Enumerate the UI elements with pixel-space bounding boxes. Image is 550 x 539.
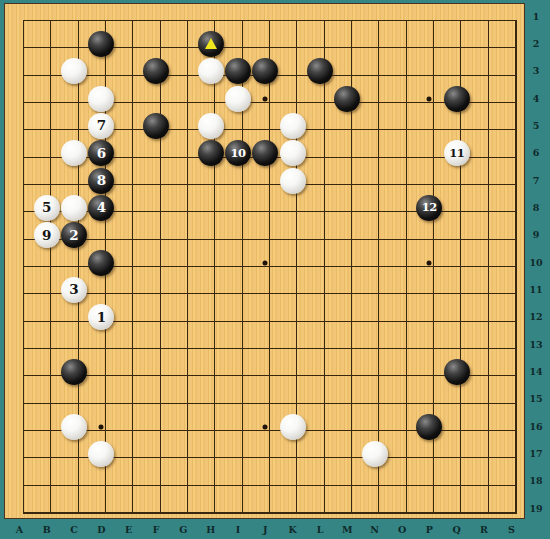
point-P10[interactable]	[416, 249, 443, 276]
point-O17[interactable]	[388, 440, 415, 467]
point-I12[interactable]	[224, 304, 251, 331]
point-N17[interactable]	[361, 440, 388, 467]
point-R17[interactable]	[470, 440, 497, 467]
point-M3[interactable]	[334, 58, 361, 85]
point-C8[interactable]	[60, 194, 87, 221]
point-H14[interactable]	[197, 358, 224, 385]
point-D14[interactable]	[88, 358, 115, 385]
point-O13[interactable]	[388, 331, 415, 358]
point-C5[interactable]	[60, 112, 87, 139]
point-P1[interactable]	[416, 3, 443, 30]
point-G7[interactable]	[170, 167, 197, 194]
point-D13[interactable]	[88, 331, 115, 358]
point-O11[interactable]	[388, 276, 415, 303]
point-R1[interactable]	[470, 3, 497, 30]
point-G2[interactable]	[170, 30, 197, 57]
point-G5[interactable]	[170, 112, 197, 139]
point-D1[interactable]	[88, 3, 115, 30]
point-M18[interactable]	[334, 468, 361, 495]
point-I2[interactable]	[224, 30, 251, 57]
point-E5[interactable]	[115, 112, 142, 139]
point-S2[interactable]	[498, 30, 525, 57]
point-H4[interactable]	[197, 85, 224, 112]
point-K19[interactable]	[279, 495, 306, 522]
point-Q15[interactable]	[443, 386, 470, 413]
point-J14[interactable]	[252, 358, 279, 385]
point-F19[interactable]	[142, 495, 169, 522]
point-I10[interactable]	[224, 249, 251, 276]
point-C17[interactable]	[60, 440, 87, 467]
point-I15[interactable]	[224, 386, 251, 413]
point-I9[interactable]	[224, 222, 251, 249]
point-D17[interactable]	[88, 440, 115, 467]
point-P12[interactable]	[416, 304, 443, 331]
point-N6[interactable]	[361, 140, 388, 167]
point-B18[interactable]	[33, 468, 60, 495]
point-R11[interactable]	[470, 276, 497, 303]
point-J15[interactable]	[252, 386, 279, 413]
point-E11[interactable]	[115, 276, 142, 303]
point-O12[interactable]	[388, 304, 415, 331]
point-I16[interactable]	[224, 413, 251, 440]
point-P3[interactable]	[416, 58, 443, 85]
point-I3[interactable]	[224, 58, 251, 85]
point-M11[interactable]	[334, 276, 361, 303]
point-F18[interactable]	[142, 468, 169, 495]
point-C6[interactable]	[60, 140, 87, 167]
point-E2[interactable]	[115, 30, 142, 57]
point-I8[interactable]	[224, 194, 251, 221]
point-R16[interactable]	[470, 413, 497, 440]
point-S11[interactable]	[498, 276, 525, 303]
point-R4[interactable]	[470, 85, 497, 112]
point-I18[interactable]	[224, 468, 251, 495]
point-P13[interactable]	[416, 331, 443, 358]
point-S1[interactable]	[498, 3, 525, 30]
point-C10[interactable]	[60, 249, 87, 276]
point-R5[interactable]	[470, 112, 497, 139]
point-J4[interactable]	[252, 85, 279, 112]
point-E4[interactable]	[115, 85, 142, 112]
point-B4[interactable]	[33, 85, 60, 112]
point-L19[interactable]	[306, 495, 333, 522]
point-K3[interactable]	[279, 58, 306, 85]
point-G19[interactable]	[170, 495, 197, 522]
point-N2[interactable]	[361, 30, 388, 57]
point-B17[interactable]	[33, 440, 60, 467]
point-C4[interactable]	[60, 85, 87, 112]
point-P6[interactable]	[416, 140, 443, 167]
point-O19[interactable]	[388, 495, 415, 522]
point-P5[interactable]	[416, 112, 443, 139]
point-J11[interactable]	[252, 276, 279, 303]
point-S8[interactable]	[498, 194, 525, 221]
point-H9[interactable]	[197, 222, 224, 249]
point-S17[interactable]	[498, 440, 525, 467]
point-A8[interactable]	[6, 194, 33, 221]
point-H18[interactable]	[197, 468, 224, 495]
point-N19[interactable]	[361, 495, 388, 522]
point-F9[interactable]	[142, 222, 169, 249]
point-N11[interactable]	[361, 276, 388, 303]
point-O10[interactable]	[388, 249, 415, 276]
point-E16[interactable]	[115, 413, 142, 440]
point-B2[interactable]	[33, 30, 60, 57]
point-D8[interactable]: 4	[88, 194, 115, 221]
point-B6[interactable]	[33, 140, 60, 167]
point-Q19[interactable]	[443, 495, 470, 522]
point-P8[interactable]: 12	[416, 194, 443, 221]
point-N10[interactable]	[361, 249, 388, 276]
point-A11[interactable]	[6, 276, 33, 303]
point-R19[interactable]	[470, 495, 497, 522]
point-I19[interactable]	[224, 495, 251, 522]
point-Q1[interactable]	[443, 3, 470, 30]
point-Q7[interactable]	[443, 167, 470, 194]
point-D5[interactable]: 7	[88, 112, 115, 139]
point-A3[interactable]	[6, 58, 33, 85]
point-R9[interactable]	[470, 222, 497, 249]
point-Q12[interactable]	[443, 304, 470, 331]
point-L11[interactable]	[306, 276, 333, 303]
point-P2[interactable]	[416, 30, 443, 57]
point-L14[interactable]	[306, 358, 333, 385]
point-H19[interactable]	[197, 495, 224, 522]
point-M9[interactable]	[334, 222, 361, 249]
point-R7[interactable]	[470, 167, 497, 194]
point-B1[interactable]	[33, 3, 60, 30]
point-Q13[interactable]	[443, 331, 470, 358]
point-R10[interactable]	[470, 249, 497, 276]
point-J16[interactable]	[252, 413, 279, 440]
point-O6[interactable]	[388, 140, 415, 167]
point-M10[interactable]	[334, 249, 361, 276]
point-K6[interactable]	[279, 140, 306, 167]
point-K17[interactable]	[279, 440, 306, 467]
point-K15[interactable]	[279, 386, 306, 413]
point-G11[interactable]	[170, 276, 197, 303]
point-G12[interactable]	[170, 304, 197, 331]
point-J3[interactable]	[252, 58, 279, 85]
point-F17[interactable]	[142, 440, 169, 467]
point-F11[interactable]	[142, 276, 169, 303]
point-F4[interactable]	[142, 85, 169, 112]
point-G10[interactable]	[170, 249, 197, 276]
point-H2[interactable]	[197, 30, 224, 57]
point-H6[interactable]	[197, 140, 224, 167]
point-K11[interactable]	[279, 276, 306, 303]
point-S10[interactable]	[498, 249, 525, 276]
point-O2[interactable]	[388, 30, 415, 57]
point-O15[interactable]	[388, 386, 415, 413]
point-J5[interactable]	[252, 112, 279, 139]
point-L7[interactable]	[306, 167, 333, 194]
point-B8[interactable]: 5	[33, 194, 60, 221]
point-C11[interactable]: 3	[60, 276, 87, 303]
point-A4[interactable]	[6, 85, 33, 112]
point-N4[interactable]	[361, 85, 388, 112]
point-Q18[interactable]	[443, 468, 470, 495]
point-A5[interactable]	[6, 112, 33, 139]
point-I4[interactable]	[224, 85, 251, 112]
point-N12[interactable]	[361, 304, 388, 331]
point-D3[interactable]	[88, 58, 115, 85]
point-C3[interactable]	[60, 58, 87, 85]
point-M13[interactable]	[334, 331, 361, 358]
point-S7[interactable]	[498, 167, 525, 194]
point-H17[interactable]	[197, 440, 224, 467]
point-S16[interactable]	[498, 413, 525, 440]
point-I7[interactable]	[224, 167, 251, 194]
point-N9[interactable]	[361, 222, 388, 249]
point-J19[interactable]	[252, 495, 279, 522]
point-G18[interactable]	[170, 468, 197, 495]
point-M7[interactable]	[334, 167, 361, 194]
point-R2[interactable]	[470, 30, 497, 57]
point-Q4[interactable]	[443, 85, 470, 112]
point-D12[interactable]: 1	[88, 304, 115, 331]
point-K1[interactable]	[279, 3, 306, 30]
point-B13[interactable]	[33, 331, 60, 358]
point-E15[interactable]	[115, 386, 142, 413]
point-R3[interactable]	[470, 58, 497, 85]
point-N15[interactable]	[361, 386, 388, 413]
point-G1[interactable]	[170, 3, 197, 30]
point-C1[interactable]	[60, 3, 87, 30]
point-Q2[interactable]	[443, 30, 470, 57]
point-F6[interactable]	[142, 140, 169, 167]
point-L2[interactable]	[306, 30, 333, 57]
point-D16[interactable]	[88, 413, 115, 440]
point-K12[interactable]	[279, 304, 306, 331]
point-A6[interactable]	[6, 140, 33, 167]
point-A17[interactable]	[6, 440, 33, 467]
point-H13[interactable]	[197, 331, 224, 358]
point-O18[interactable]	[388, 468, 415, 495]
point-J17[interactable]	[252, 440, 279, 467]
point-G15[interactable]	[170, 386, 197, 413]
point-J13[interactable]	[252, 331, 279, 358]
point-H16[interactable]	[197, 413, 224, 440]
point-D10[interactable]	[88, 249, 115, 276]
point-S15[interactable]	[498, 386, 525, 413]
point-M14[interactable]	[334, 358, 361, 385]
point-I5[interactable]	[224, 112, 251, 139]
point-O3[interactable]	[388, 58, 415, 85]
point-P17[interactable]	[416, 440, 443, 467]
point-E17[interactable]	[115, 440, 142, 467]
point-N5[interactable]	[361, 112, 388, 139]
point-J7[interactable]	[252, 167, 279, 194]
point-B12[interactable]	[33, 304, 60, 331]
point-L15[interactable]	[306, 386, 333, 413]
point-F5[interactable]	[142, 112, 169, 139]
point-N18[interactable]	[361, 468, 388, 495]
point-I6[interactable]: 10	[224, 140, 251, 167]
point-P7[interactable]	[416, 167, 443, 194]
point-S14[interactable]	[498, 358, 525, 385]
point-L1[interactable]	[306, 3, 333, 30]
point-J6[interactable]	[252, 140, 279, 167]
point-B3[interactable]	[33, 58, 60, 85]
point-B7[interactable]	[33, 167, 60, 194]
point-M16[interactable]	[334, 413, 361, 440]
point-A9[interactable]	[6, 222, 33, 249]
point-D2[interactable]	[88, 30, 115, 57]
point-F13[interactable]	[142, 331, 169, 358]
point-A10[interactable]	[6, 249, 33, 276]
point-B11[interactable]	[33, 276, 60, 303]
point-C9[interactable]: 2	[60, 222, 87, 249]
point-G9[interactable]	[170, 222, 197, 249]
point-O16[interactable]	[388, 413, 415, 440]
point-E12[interactable]	[115, 304, 142, 331]
point-C7[interactable]	[60, 167, 87, 194]
point-A1[interactable]	[6, 3, 33, 30]
point-Q6[interactable]: 11	[443, 140, 470, 167]
point-D11[interactable]	[88, 276, 115, 303]
point-P18[interactable]	[416, 468, 443, 495]
point-H11[interactable]	[197, 276, 224, 303]
point-O4[interactable]	[388, 85, 415, 112]
point-J2[interactable]	[252, 30, 279, 57]
point-S5[interactable]	[498, 112, 525, 139]
point-K13[interactable]	[279, 331, 306, 358]
point-F8[interactable]	[142, 194, 169, 221]
point-G17[interactable]	[170, 440, 197, 467]
point-C13[interactable]	[60, 331, 87, 358]
point-K4[interactable]	[279, 85, 306, 112]
point-B5[interactable]	[33, 112, 60, 139]
point-F2[interactable]	[142, 30, 169, 57]
point-N14[interactable]	[361, 358, 388, 385]
point-C12[interactable]	[60, 304, 87, 331]
point-F12[interactable]	[142, 304, 169, 331]
point-S3[interactable]	[498, 58, 525, 85]
point-S6[interactable]	[498, 140, 525, 167]
point-R8[interactable]	[470, 194, 497, 221]
point-A7[interactable]	[6, 167, 33, 194]
point-I1[interactable]	[224, 3, 251, 30]
point-M4[interactable]	[334, 85, 361, 112]
point-E7[interactable]	[115, 167, 142, 194]
point-Q9[interactable]	[443, 222, 470, 249]
point-S9[interactable]	[498, 222, 525, 249]
point-L13[interactable]	[306, 331, 333, 358]
point-F10[interactable]	[142, 249, 169, 276]
point-E18[interactable]	[115, 468, 142, 495]
point-O5[interactable]	[388, 112, 415, 139]
point-E6[interactable]	[115, 140, 142, 167]
point-G14[interactable]	[170, 358, 197, 385]
point-G4[interactable]	[170, 85, 197, 112]
point-O9[interactable]	[388, 222, 415, 249]
point-L9[interactable]	[306, 222, 333, 249]
point-P15[interactable]	[416, 386, 443, 413]
point-F14[interactable]	[142, 358, 169, 385]
point-Q3[interactable]	[443, 58, 470, 85]
point-S12[interactable]	[498, 304, 525, 331]
point-L16[interactable]	[306, 413, 333, 440]
point-H7[interactable]	[197, 167, 224, 194]
point-K14[interactable]	[279, 358, 306, 385]
point-A15[interactable]	[6, 386, 33, 413]
point-N7[interactable]	[361, 167, 388, 194]
point-H3[interactable]	[197, 58, 224, 85]
point-B14[interactable]	[33, 358, 60, 385]
point-Q14[interactable]	[443, 358, 470, 385]
point-F7[interactable]	[142, 167, 169, 194]
point-L10[interactable]	[306, 249, 333, 276]
point-M12[interactable]	[334, 304, 361, 331]
point-I17[interactable]	[224, 440, 251, 467]
point-O7[interactable]	[388, 167, 415, 194]
point-M1[interactable]	[334, 3, 361, 30]
point-C18[interactable]	[60, 468, 87, 495]
point-F15[interactable]	[142, 386, 169, 413]
point-E14[interactable]	[115, 358, 142, 385]
point-K10[interactable]	[279, 249, 306, 276]
point-R18[interactable]	[470, 468, 497, 495]
point-S18[interactable]	[498, 468, 525, 495]
point-R14[interactable]	[470, 358, 497, 385]
point-S19[interactable]	[498, 495, 525, 522]
point-B19[interactable]	[33, 495, 60, 522]
point-K5[interactable]	[279, 112, 306, 139]
point-P11[interactable]	[416, 276, 443, 303]
point-Q5[interactable]	[443, 112, 470, 139]
point-J9[interactable]	[252, 222, 279, 249]
point-Q17[interactable]	[443, 440, 470, 467]
point-L18[interactable]	[306, 468, 333, 495]
point-J1[interactable]	[252, 3, 279, 30]
point-P14[interactable]	[416, 358, 443, 385]
point-B9[interactable]: 9	[33, 222, 60, 249]
point-E8[interactable]	[115, 194, 142, 221]
point-N16[interactable]	[361, 413, 388, 440]
point-K18[interactable]	[279, 468, 306, 495]
point-D9[interactable]	[88, 222, 115, 249]
point-E10[interactable]	[115, 249, 142, 276]
point-E13[interactable]	[115, 331, 142, 358]
point-S13[interactable]	[498, 331, 525, 358]
point-D19[interactable]	[88, 495, 115, 522]
point-G16[interactable]	[170, 413, 197, 440]
point-L6[interactable]	[306, 140, 333, 167]
point-D6[interactable]: 6	[88, 140, 115, 167]
point-P9[interactable]	[416, 222, 443, 249]
point-E9[interactable]	[115, 222, 142, 249]
point-A13[interactable]	[6, 331, 33, 358]
point-E3[interactable]	[115, 58, 142, 85]
point-N1[interactable]	[361, 3, 388, 30]
point-G8[interactable]	[170, 194, 197, 221]
point-K9[interactable]	[279, 222, 306, 249]
point-C2[interactable]	[60, 30, 87, 57]
point-G3[interactable]	[170, 58, 197, 85]
point-N8[interactable]	[361, 194, 388, 221]
point-R15[interactable]	[470, 386, 497, 413]
point-M19[interactable]	[334, 495, 361, 522]
point-K7[interactable]	[279, 167, 306, 194]
point-R13[interactable]	[470, 331, 497, 358]
point-J8[interactable]	[252, 194, 279, 221]
point-M5[interactable]	[334, 112, 361, 139]
point-A12[interactable]	[6, 304, 33, 331]
point-L17[interactable]	[306, 440, 333, 467]
point-N3[interactable]	[361, 58, 388, 85]
point-P16[interactable]	[416, 413, 443, 440]
